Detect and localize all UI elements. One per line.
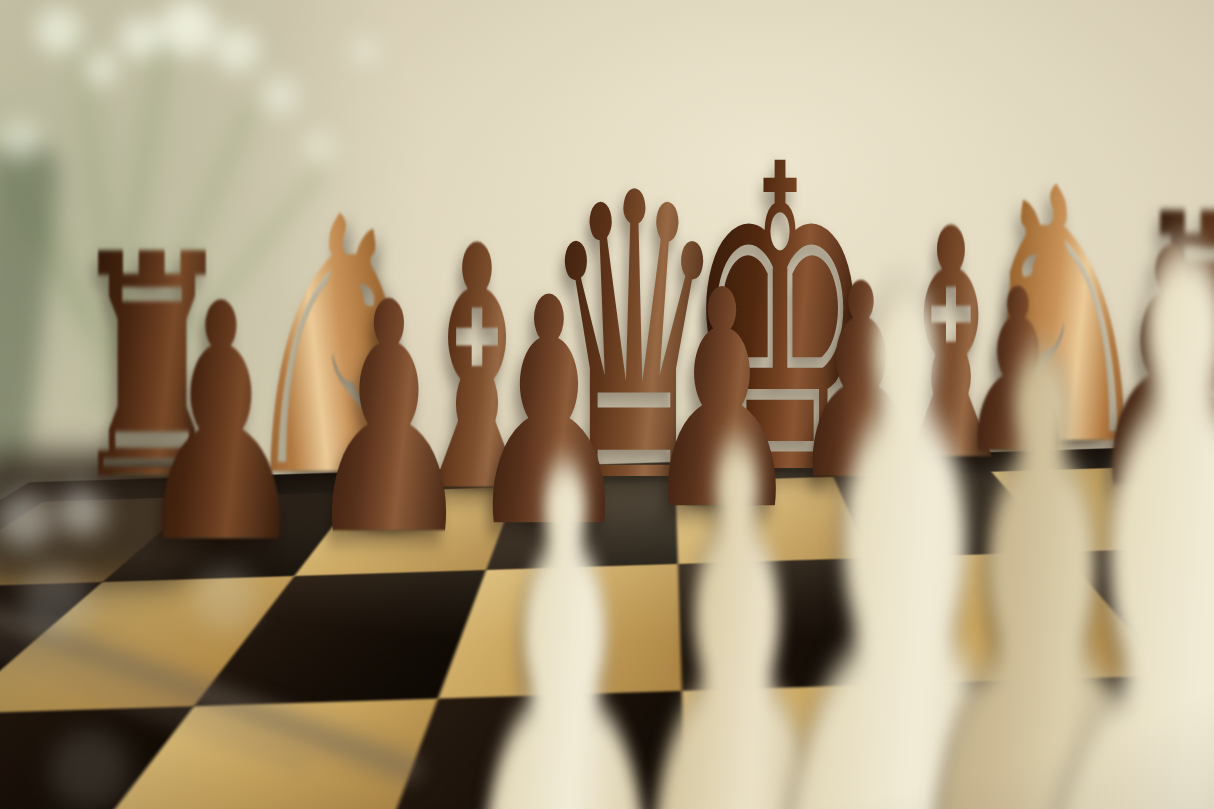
- pieces-layer: ♜♞♝♛♚♝♞♜♟♟♟♟♟♟♟♟♟♟♟♟: [0, 0, 1214, 809]
- chess-photo-scene: ♜♞♝♛♚♝♞♜♟♟♟♟♟♟♟♟♟♟♟♟: [0, 0, 1214, 809]
- black-pawn-a7: ♟: [133, 261, 309, 588]
- white-pawn-g2: ♟: [965, 117, 1214, 809]
